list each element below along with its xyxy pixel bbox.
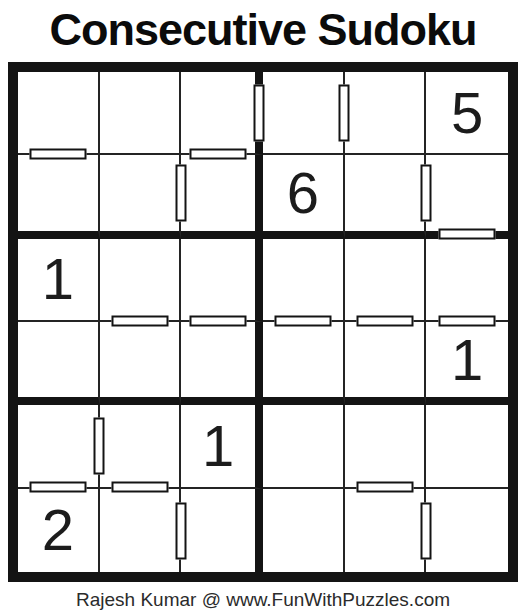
- cell-r4c2[interactable]: [100, 322, 182, 405]
- consecutive-marker-r1c1-r2c1: [30, 149, 87, 160]
- cell-r5c5[interactable]: [345, 405, 427, 488]
- consecutive-marker-r1c3-r2c3: [190, 149, 247, 160]
- cell-r4c4[interactable]: [263, 322, 345, 405]
- given-digit: 1: [42, 250, 74, 308]
- cell-r6c4[interactable]: [263, 489, 345, 572]
- consecutive-marker-r5c5-r6c5: [357, 482, 414, 493]
- consecutive-marker-r3c6-r4c6: [439, 316, 496, 327]
- cell-r6c1[interactable]: 2: [18, 489, 100, 572]
- cell-r3c2[interactable]: [100, 239, 182, 322]
- cell-r5c1[interactable]: [18, 405, 100, 488]
- cell-r2c6[interactable]: [426, 155, 508, 238]
- puzzle-page: Consecutive Sudoku 561112 Rajesh Kumar @…: [0, 0, 526, 615]
- given-digit: 1: [451, 331, 483, 389]
- credit-text: Rajesh Kumar @ www.FunWithPuzzles.com: [0, 584, 526, 615]
- cell-r2c2[interactable]: [100, 155, 182, 238]
- cell-r5c3[interactable]: 1: [181, 405, 263, 488]
- consecutive-marker-r6c2-r6c3: [176, 502, 187, 559]
- cell-r1c3[interactable]: [181, 72, 263, 155]
- given-digit: 1: [202, 417, 234, 475]
- cell-r5c2[interactable]: [100, 405, 182, 488]
- cell-r5c6[interactable]: [426, 405, 508, 488]
- consecutive-marker-r1c3-r1c4: [254, 84, 265, 141]
- consecutive-marker-r2c2-r2c3: [176, 164, 187, 221]
- cell-r2c5[interactable]: [345, 155, 427, 238]
- consecutive-marker-r3c5-r4c5: [357, 316, 414, 327]
- cell-r2c1[interactable]: [18, 155, 100, 238]
- consecutive-marker-r2c5-r2c6: [421, 164, 432, 221]
- cell-r1c4[interactable]: [263, 72, 345, 155]
- cell-r3c1[interactable]: 1: [18, 239, 100, 322]
- cell-r4c6[interactable]: 1: [426, 322, 508, 405]
- cell-r2c4[interactable]: 6: [263, 155, 345, 238]
- consecutive-marker-r5c1-r5c2: [94, 417, 105, 474]
- consecutive-marker-r6c5-r6c6: [421, 502, 432, 559]
- given-digit: 6: [287, 164, 319, 222]
- cell-r1c5[interactable]: [345, 72, 427, 155]
- cell-r6c6[interactable]: [426, 489, 508, 572]
- consecutive-marker-r3c4-r4c4: [275, 316, 332, 327]
- cell-r6c3[interactable]: [181, 489, 263, 572]
- cell-r4c1[interactable]: [18, 322, 100, 405]
- cell-r3c4[interactable]: [263, 239, 345, 322]
- cell-r1c1[interactable]: [18, 72, 100, 155]
- cell-r5c4[interactable]: [263, 405, 345, 488]
- cell-r3c3[interactable]: [181, 239, 263, 322]
- sudoku-board: 561112: [8, 62, 518, 582]
- consecutive-marker-r3c2-r4c2: [112, 316, 169, 327]
- cell-r1c6[interactable]: 5: [426, 72, 508, 155]
- cell-r4c3[interactable]: [181, 322, 263, 405]
- consecutive-marker-r5c2-r6c2: [112, 482, 169, 493]
- consecutive-marker-r3c3-r4c3: [190, 316, 247, 327]
- cell-r6c2[interactable]: [100, 489, 182, 572]
- puzzle-title: Consecutive Sudoku: [0, 0, 526, 60]
- cell-r2c3[interactable]: [181, 155, 263, 238]
- cell-r6c5[interactable]: [345, 489, 427, 572]
- cell-r1c2[interactable]: [100, 72, 182, 155]
- given-digit: 5: [451, 84, 483, 142]
- consecutive-marker-r1c4-r1c5: [339, 84, 350, 141]
- cell-r3c5[interactable]: [345, 239, 427, 322]
- cell-r3c6[interactable]: [426, 239, 508, 322]
- consecutive-marker-r2c6-r3c6: [439, 229, 496, 240]
- consecutive-marker-r5c1-r6c1: [30, 482, 87, 493]
- cell-r4c5[interactable]: [345, 322, 427, 405]
- given-digit: 2: [42, 501, 74, 559]
